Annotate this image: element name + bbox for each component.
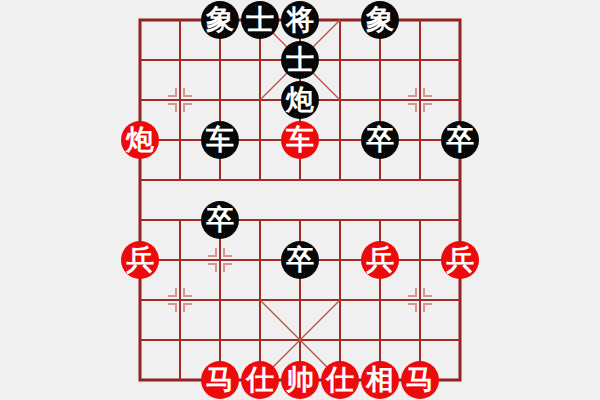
piece-black-elephant[interactable]: 象 — [201, 1, 239, 39]
point-c3[interactable]: 车 — [200, 120, 240, 160]
point-b6[interactable] — [160, 240, 200, 280]
piece-red-advisor[interactable]: 仕 — [241, 361, 279, 399]
point-e4[interactable] — [280, 160, 320, 200]
point-d2[interactable] — [240, 80, 280, 120]
point-e6[interactable]: 卒 — [280, 240, 320, 280]
piece-red-pawn[interactable]: 兵 — [121, 241, 159, 279]
point-e5[interactable] — [280, 200, 320, 240]
point-g0[interactable]: 象 — [360, 0, 400, 40]
point-h3[interactable] — [400, 120, 440, 160]
piece-red-general[interactable]: 帅 — [281, 361, 319, 399]
point-b2[interactable] — [160, 80, 200, 120]
point-b3[interactable] — [160, 120, 200, 160]
point-d8[interactable] — [240, 320, 280, 360]
piece-red-cannon[interactable]: 炮 — [121, 121, 159, 159]
piece-red-horse[interactable]: 马 — [201, 361, 239, 399]
point-f9[interactable]: 仕 — [320, 360, 360, 400]
screenshot-root: { "game": "xiangqi", "position": { "fen"… — [0, 0, 600, 400]
point-e9[interactable]: 帅 — [280, 360, 320, 400]
point-c5[interactable]: 卒 — [200, 200, 240, 240]
point-e8[interactable] — [280, 320, 320, 360]
piece-red-horse[interactable]: 马 — [401, 361, 439, 399]
piece-red-pawn[interactable]: 兵 — [441, 241, 479, 279]
point-g7[interactable] — [360, 280, 400, 320]
point-f1[interactable] — [320, 40, 360, 80]
point-i4[interactable] — [440, 160, 480, 200]
point-g3[interactable]: 卒 — [360, 120, 400, 160]
piece-red-elephant[interactable]: 相 — [361, 361, 399, 399]
point-a5[interactable] — [120, 200, 160, 240]
point-h6[interactable] — [400, 240, 440, 280]
point-e3[interactable]: 车 — [280, 120, 320, 160]
point-f4[interactable] — [320, 160, 360, 200]
xiangqi-board-area: 象士将象士炮炮车车卒卒卒兵卒兵兵马仕帅仕相马 — [0, 0, 600, 400]
piece-black-pawn[interactable]: 卒 — [361, 121, 399, 159]
point-a9[interactable] — [120, 360, 160, 400]
point-h1[interactable] — [400, 40, 440, 80]
point-b9[interactable] — [160, 360, 200, 400]
point-c9[interactable]: 马 — [200, 360, 240, 400]
piece-black-cannon[interactable]: 炮 — [281, 81, 319, 119]
point-c0[interactable]: 象 — [200, 0, 240, 40]
point-i5[interactable] — [440, 200, 480, 240]
point-b5[interactable] — [160, 200, 200, 240]
point-c6[interactable] — [200, 240, 240, 280]
point-c4[interactable] — [200, 160, 240, 200]
point-i2[interactable] — [440, 80, 480, 120]
point-f7[interactable] — [320, 280, 360, 320]
point-g9[interactable]: 相 — [360, 360, 400, 400]
point-g4[interactable] — [360, 160, 400, 200]
point-i1[interactable] — [440, 40, 480, 80]
piece-red-pawn[interactable]: 兵 — [361, 241, 399, 279]
point-a7[interactable] — [120, 280, 160, 320]
point-d3[interactable] — [240, 120, 280, 160]
point-i3[interactable]: 卒 — [440, 120, 480, 160]
point-a8[interactable] — [120, 320, 160, 360]
point-i9[interactable] — [440, 360, 480, 400]
point-f3[interactable] — [320, 120, 360, 160]
point-f8[interactable] — [320, 320, 360, 360]
point-a6[interactable]: 兵 — [120, 240, 160, 280]
board-intersections: 象士将象士炮炮车车卒卒卒兵卒兵兵马仕帅仕相马 — [120, 0, 480, 400]
point-a1[interactable] — [120, 40, 160, 80]
point-a4[interactable] — [120, 160, 160, 200]
point-f5[interactable] — [320, 200, 360, 240]
point-e2[interactable]: 炮 — [280, 80, 320, 120]
point-b4[interactable] — [160, 160, 200, 200]
point-e7[interactable] — [280, 280, 320, 320]
point-h5[interactable] — [400, 200, 440, 240]
point-h8[interactable] — [400, 320, 440, 360]
point-h9[interactable]: 马 — [400, 360, 440, 400]
piece-black-pawn[interactable]: 卒 — [441, 121, 479, 159]
point-c1[interactable] — [200, 40, 240, 80]
point-a3[interactable]: 炮 — [120, 120, 160, 160]
point-d4[interactable] — [240, 160, 280, 200]
point-f6[interactable] — [320, 240, 360, 280]
point-g1[interactable] — [360, 40, 400, 80]
point-e0[interactable]: 将 — [280, 0, 320, 40]
point-a0[interactable] — [120, 0, 160, 40]
point-b7[interactable] — [160, 280, 200, 320]
point-h0[interactable] — [400, 0, 440, 40]
point-d6[interactable] — [240, 240, 280, 280]
point-h4[interactable] — [400, 160, 440, 200]
point-i6[interactable]: 兵 — [440, 240, 480, 280]
piece-black-advisor[interactable]: 士 — [241, 1, 279, 39]
piece-black-pawn[interactable]: 卒 — [201, 201, 239, 239]
point-g8[interactable] — [360, 320, 400, 360]
point-b8[interactable] — [160, 320, 200, 360]
point-f2[interactable] — [320, 80, 360, 120]
point-d5[interactable] — [240, 200, 280, 240]
piece-black-pawn[interactable]: 卒 — [281, 241, 319, 279]
point-g5[interactable] — [360, 200, 400, 240]
point-c8[interactable] — [200, 320, 240, 360]
point-h7[interactable] — [400, 280, 440, 320]
point-d7[interactable] — [240, 280, 280, 320]
piece-black-general[interactable]: 将 — [281, 1, 319, 39]
point-b0[interactable] — [160, 0, 200, 40]
piece-red-chariot[interactable]: 车 — [281, 121, 319, 159]
piece-red-advisor[interactable]: 仕 — [321, 361, 359, 399]
point-e1[interactable]: 士 — [280, 40, 320, 80]
point-i7[interactable] — [440, 280, 480, 320]
point-f0[interactable] — [320, 0, 360, 40]
piece-black-advisor[interactable]: 士 — [281, 41, 319, 79]
point-b1[interactable] — [160, 40, 200, 80]
point-d0[interactable]: 士 — [240, 0, 280, 40]
point-g2[interactable] — [360, 80, 400, 120]
point-d9[interactable]: 仕 — [240, 360, 280, 400]
point-i8[interactable] — [440, 320, 480, 360]
point-a2[interactable] — [120, 80, 160, 120]
point-h2[interactable] — [400, 80, 440, 120]
piece-black-elephant[interactable]: 象 — [361, 1, 399, 39]
point-c2[interactable] — [200, 80, 240, 120]
point-d1[interactable] — [240, 40, 280, 80]
point-c7[interactable] — [200, 280, 240, 320]
piece-black-chariot[interactable]: 车 — [201, 121, 239, 159]
point-g6[interactable]: 兵 — [360, 240, 400, 280]
point-i0[interactable] — [440, 0, 480, 40]
